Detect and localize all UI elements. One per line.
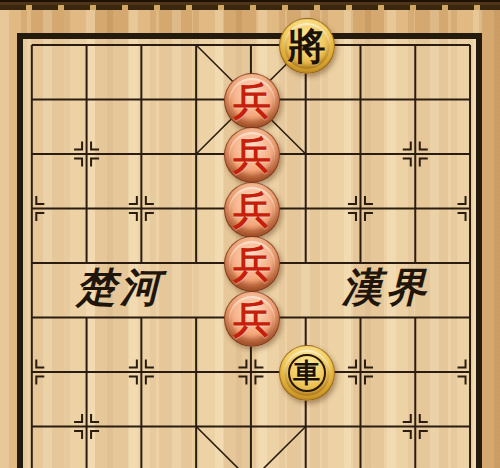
piece-red-soldier-5[interactable]: 兵	[224, 291, 280, 347]
piece-red-soldier-4[interactable]: 兵	[224, 236, 280, 292]
piece-black-chariot[interactable]: 車	[279, 345, 335, 401]
piece-character: 兵	[233, 191, 271, 229]
river-label-right: 漢界	[324, 265, 448, 313]
piece-character: 將	[288, 27, 326, 65]
xiangqi-board: 楚河 漢界 將兵兵兵兵兵車	[0, 0, 500, 468]
piece-character: 車	[293, 360, 320, 387]
piece-character: 兵	[233, 82, 271, 120]
piece-character: 兵	[233, 245, 271, 283]
piece-character: 兵	[233, 136, 271, 174]
top-border-notches	[0, 5, 500, 10]
piece-red-soldier-1[interactable]: 兵	[224, 73, 280, 129]
top-decorative-border	[0, 0, 500, 10]
river-label-left: 楚河	[58, 265, 182, 313]
piece-red-soldier-2[interactable]: 兵	[224, 127, 280, 183]
piece-black-general[interactable]: 將	[279, 18, 335, 74]
piece-red-soldier-3[interactable]: 兵	[224, 182, 280, 238]
piece-character: 兵	[233, 300, 271, 338]
